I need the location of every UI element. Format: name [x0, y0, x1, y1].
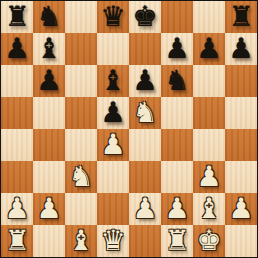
piece-black-bishop-d6[interactable]: ♝	[100, 65, 125, 97]
piece-black-king-e8[interactable]: ♚	[132, 1, 157, 33]
square-c6[interactable]	[65, 65, 97, 97]
square-b2[interactable]: ♟	[33, 193, 65, 225]
piece-white-pawn-e2[interactable]: ♟	[132, 193, 157, 225]
square-e8[interactable]: ♚	[129, 1, 161, 33]
piece-white-queen-d1[interactable]: ♛	[100, 225, 125, 257]
square-b7[interactable]: ♝	[33, 33, 65, 65]
square-h1[interactable]	[225, 225, 257, 257]
square-a8[interactable]: ♜	[1, 1, 33, 33]
square-f2[interactable]: ♟	[161, 193, 193, 225]
square-d3[interactable]	[97, 161, 129, 193]
square-b4[interactable]	[33, 129, 65, 161]
piece-black-pawn-d5[interactable]: ♟	[100, 97, 125, 129]
piece-white-pawn-d4[interactable]: ♟	[100, 129, 125, 161]
square-e1[interactable]	[129, 225, 161, 257]
square-g2[interactable]: ♝	[193, 193, 225, 225]
piece-black-pawn-e6[interactable]: ♟	[132, 65, 157, 97]
square-d2[interactable]	[97, 193, 129, 225]
piece-black-pawn-b6[interactable]: ♟	[36, 65, 61, 97]
piece-white-pawn-f2[interactable]: ♟	[164, 193, 189, 225]
square-e7[interactable]	[129, 33, 161, 65]
piece-black-knight-f6[interactable]: ♞	[164, 65, 189, 97]
square-e6[interactable]: ♟	[129, 65, 161, 97]
square-e4[interactable]	[129, 129, 161, 161]
square-g4[interactable]	[193, 129, 225, 161]
square-h3[interactable]	[225, 161, 257, 193]
piece-black-pawn-a7[interactable]: ♟	[4, 33, 29, 65]
square-f4[interactable]	[161, 129, 193, 161]
square-h2[interactable]: ♟	[225, 193, 257, 225]
piece-black-rook-h8[interactable]: ♜	[228, 1, 253, 33]
piece-black-bishop-b7[interactable]: ♝	[36, 33, 61, 65]
square-h6[interactable]	[225, 65, 257, 97]
square-a7[interactable]: ♟	[1, 33, 33, 65]
piece-white-bishop-g2[interactable]: ♝	[196, 193, 221, 225]
square-f5[interactable]	[161, 97, 193, 129]
square-c5[interactable]	[65, 97, 97, 129]
piece-black-pawn-g7[interactable]: ♟	[196, 33, 221, 65]
piece-white-bishop-c1[interactable]: ♝	[68, 225, 93, 257]
square-d8[interactable]: ♛	[97, 1, 129, 33]
square-c1[interactable]: ♝	[65, 225, 97, 257]
square-f6[interactable]: ♞	[161, 65, 193, 97]
square-d1[interactable]: ♛	[97, 225, 129, 257]
piece-white-pawn-b2[interactable]: ♟	[36, 193, 61, 225]
square-d5[interactable]: ♟	[97, 97, 129, 129]
chess-board: ♜♞♛♚♜♟♝♟♟♟♟♝♟♞♟♞♟♞♟♟♟♟♟♝♟♜♝♛♜♚	[0, 0, 258, 258]
square-c2[interactable]	[65, 193, 97, 225]
square-d7[interactable]	[97, 33, 129, 65]
square-a2[interactable]: ♟	[1, 193, 33, 225]
piece-black-queen-d8[interactable]: ♛	[100, 1, 125, 33]
square-h7[interactable]: ♟	[225, 33, 257, 65]
square-c7[interactable]	[65, 33, 97, 65]
square-c3[interactable]: ♞	[65, 161, 97, 193]
piece-white-pawn-a2[interactable]: ♟	[4, 193, 29, 225]
square-c8[interactable]	[65, 1, 97, 33]
square-a3[interactable]	[1, 161, 33, 193]
square-c4[interactable]	[65, 129, 97, 161]
square-h8[interactable]: ♜	[225, 1, 257, 33]
piece-white-knight-c3[interactable]: ♞	[68, 161, 93, 193]
square-b8[interactable]: ♞	[33, 1, 65, 33]
square-b3[interactable]	[33, 161, 65, 193]
piece-black-rook-a8[interactable]: ♜	[4, 1, 29, 33]
square-f8[interactable]	[161, 1, 193, 33]
square-a4[interactable]	[1, 129, 33, 161]
square-g7[interactable]: ♟	[193, 33, 225, 65]
square-d4[interactable]: ♟	[97, 129, 129, 161]
square-f3[interactable]	[161, 161, 193, 193]
square-a1[interactable]: ♜	[1, 225, 33, 257]
square-d6[interactable]: ♝	[97, 65, 129, 97]
piece-white-knight-e5[interactable]: ♞	[132, 97, 157, 129]
square-e2[interactable]: ♟	[129, 193, 161, 225]
square-h5[interactable]	[225, 97, 257, 129]
square-h4[interactable]	[225, 129, 257, 161]
square-a6[interactable]	[1, 65, 33, 97]
square-g6[interactable]	[193, 65, 225, 97]
piece-white-king-g1[interactable]: ♚	[196, 225, 221, 257]
square-f1[interactable]: ♜	[161, 225, 193, 257]
square-f7[interactable]: ♟	[161, 33, 193, 65]
square-b6[interactable]: ♟	[33, 65, 65, 97]
square-e5[interactable]: ♞	[129, 97, 161, 129]
square-e3[interactable]	[129, 161, 161, 193]
board-grid: ♜♞♛♚♜♟♝♟♟♟♟♝♟♞♟♞♟♞♟♟♟♟♟♝♟♜♝♛♜♚	[1, 1, 257, 257]
piece-black-pawn-h7[interactable]: ♟	[228, 33, 253, 65]
square-g8[interactable]	[193, 1, 225, 33]
square-b1[interactable]	[33, 225, 65, 257]
square-b5[interactable]	[33, 97, 65, 129]
piece-white-pawn-g3[interactable]: ♟	[196, 161, 221, 193]
piece-black-knight-b8[interactable]: ♞	[36, 1, 61, 33]
square-g3[interactable]: ♟	[193, 161, 225, 193]
piece-black-pawn-f7[interactable]: ♟	[164, 33, 189, 65]
piece-white-rook-f1[interactable]: ♜	[164, 225, 189, 257]
square-g5[interactable]	[193, 97, 225, 129]
square-a5[interactable]	[1, 97, 33, 129]
piece-white-rook-a1[interactable]: ♜	[4, 225, 29, 257]
piece-white-pawn-h2[interactable]: ♟	[228, 193, 253, 225]
square-g1[interactable]: ♚	[193, 225, 225, 257]
